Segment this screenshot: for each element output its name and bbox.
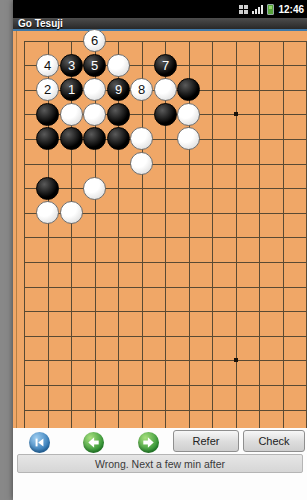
- white-stone-move-8[interactable]: 8: [130, 78, 153, 101]
- white-stone[interactable]: [107, 54, 130, 77]
- battery-icon: [267, 4, 274, 15]
- white-stone[interactable]: [36, 201, 59, 224]
- grid-line-horizontal: [24, 410, 307, 411]
- control-bar: Refer Check Wrong. Next a few min after: [13, 428, 307, 500]
- black-stone[interactable]: [36, 103, 59, 126]
- status-message: Wrong. Next a few min after: [17, 454, 303, 473]
- black-stone[interactable]: [60, 127, 83, 150]
- grid-line-horizontal: [24, 237, 307, 238]
- grid-line-horizontal: [24, 311, 307, 312]
- signal-icon: [252, 4, 263, 14]
- grid-line-horizontal: [24, 360, 307, 361]
- grid-line-horizontal: [24, 262, 307, 263]
- black-stone[interactable]: [36, 127, 59, 150]
- title-bar: Go Tesuji: [13, 18, 307, 31]
- previous-button[interactable]: [83, 432, 104, 453]
- white-stone-move-4[interactable]: 4: [36, 54, 59, 77]
- white-stone[interactable]: [83, 177, 106, 200]
- status-bar: 12:46: [13, 0, 307, 18]
- black-stone-move-3[interactable]: 3: [60, 54, 83, 77]
- grid-line-horizontal: [24, 164, 307, 165]
- grid-line-vertical: [212, 41, 213, 429]
- white-stone[interactable]: [177, 127, 200, 150]
- grid-line-vertical: [283, 41, 284, 429]
- grid-line-horizontal: [24, 188, 307, 189]
- go-to-first-button[interactable]: [29, 432, 50, 453]
- app-title: Go Tesuji: [18, 18, 63, 29]
- grid-line-horizontal: [24, 41, 307, 42]
- white-stone[interactable]: [130, 127, 153, 150]
- black-stone[interactable]: [177, 78, 200, 101]
- app-screen: 12:46 Go Tesuji 643572198 Refer Check: [13, 0, 307, 500]
- black-stone[interactable]: [154, 103, 177, 126]
- white-stone[interactable]: [60, 201, 83, 224]
- grid-line-horizontal: [24, 336, 307, 337]
- black-stone-move-5[interactable]: 5: [83, 54, 106, 77]
- white-stone-move-2[interactable]: 2: [36, 78, 59, 101]
- white-stone[interactable]: [83, 103, 106, 126]
- white-stone[interactable]: [177, 103, 200, 126]
- black-stone-move-7[interactable]: 7: [154, 54, 177, 77]
- star-point: [234, 358, 238, 362]
- network-icon: [239, 5, 248, 14]
- grid-line-vertical: [306, 41, 307, 429]
- black-stone[interactable]: [107, 103, 130, 126]
- black-stone-move-1[interactable]: 1: [60, 78, 83, 101]
- arrow-right-icon: [142, 436, 155, 449]
- grid-line-horizontal: [24, 385, 307, 386]
- check-button[interactable]: Check: [243, 430, 305, 452]
- grid-line-vertical: [236, 41, 237, 429]
- black-stone-move-9[interactable]: 9: [107, 78, 130, 101]
- refer-button[interactable]: Refer: [173, 430, 239, 452]
- arrow-left-icon: [87, 436, 100, 449]
- skip-back-icon: [33, 436, 46, 449]
- grid-line-vertical: [24, 41, 25, 429]
- star-point: [234, 112, 238, 116]
- white-stone[interactable]: [60, 103, 83, 126]
- black-stone[interactable]: [36, 177, 59, 200]
- white-stone[interactable]: [154, 78, 177, 101]
- grid-line-horizontal: [24, 287, 307, 288]
- board-left-edge: [16, 31, 17, 428]
- black-stone[interactable]: [83, 127, 106, 150]
- next-button[interactable]: [138, 432, 159, 453]
- white-stone[interactable]: [130, 152, 153, 175]
- black-stone[interactable]: [107, 127, 130, 150]
- go-board[interactable]: 643572198: [13, 31, 307, 428]
- clock: 12:46: [278, 4, 304, 15]
- grid-line-vertical: [259, 41, 260, 429]
- white-stone-move-6[interactable]: 6: [83, 29, 106, 52]
- white-stone[interactable]: [83, 78, 106, 101]
